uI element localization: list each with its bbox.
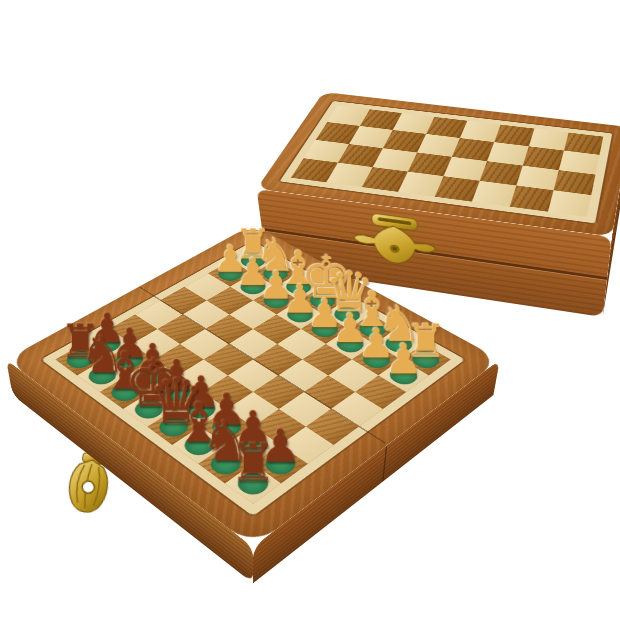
board-edge-fold-seam bbox=[382, 445, 387, 482]
open-chess-board-scene: ♜♞♝♚♛♝♞♜♟♟♟♟♟♟♟♟♟♟♟♟♟♟♟♟♜♞♝♚♛♝♞♜ bbox=[0, 0, 620, 620]
piece-black-rook[interactable]: ♜ bbox=[226, 437, 279, 489]
product-photo: ♜♞♝♚♛♝♞♜♟♟♟♟♟♟♟♟♟♟♟♟♟♟♟♟♜♞♝♚♛♝♞♜ bbox=[0, 0, 620, 620]
open-chess-board: ♜♞♝♚♛♝♞♜♟♟♟♟♟♟♟♟♟♟♟♟♟♟♟♟♜♞♝♚♛♝♞♜ bbox=[13, 258, 494, 583]
piece-white-pawn[interactable]: ♟ bbox=[380, 338, 428, 380]
